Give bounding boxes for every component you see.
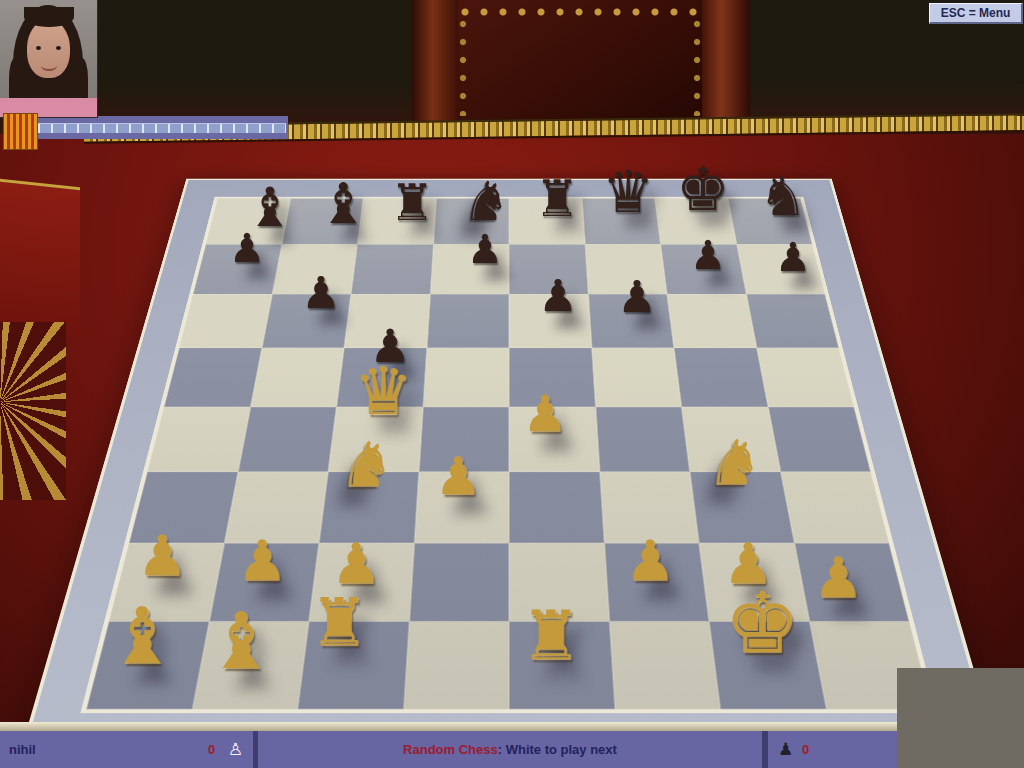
piece-black-pawn-h7[interactable]: ♟ bbox=[775, 237, 811, 277]
white-pawn-icon: ♙ bbox=[228, 731, 243, 768]
square-c7[interactable] bbox=[351, 244, 433, 294]
chair-studs bbox=[456, 16, 471, 116]
piece-black-pawn-f6[interactable]: ♟ bbox=[617, 275, 656, 319]
avatar-smile bbox=[41, 60, 57, 71]
game-scene: ♚♛♜♜♝♝♞♞♟♟♟♟♟♟♟♟♛♟♞♞♟♟♟♟♟♟♟♜♜♝♝♚ ESC = M… bbox=[0, 0, 1024, 768]
player-progress-fill bbox=[38, 123, 286, 133]
square-d5[interactable] bbox=[423, 348, 509, 407]
square-e3[interactable] bbox=[509, 472, 604, 543]
variant-label: Random Chess bbox=[403, 742, 498, 757]
status-bar-left: nihil 0 ♙ bbox=[0, 731, 253, 768]
piece-black-pawn-g7[interactable]: ♟ bbox=[690, 235, 726, 275]
side-table-box bbox=[0, 179, 80, 338]
piece-white-pawn-d3[interactable]: ♟ bbox=[435, 450, 482, 502]
piece-white-pawn-e4[interactable]: ♟ bbox=[523, 389, 568, 439]
status-bar-center: Random Chess: White to play next bbox=[258, 731, 762, 768]
status-bar-right: ♟ 0 bbox=[768, 731, 897, 768]
piece-white-king-g1[interactable]: ♚ bbox=[724, 581, 799, 665]
piece-white-bishop-b1[interactable]: ♝ bbox=[206, 602, 276, 680]
square-h3[interactable] bbox=[780, 472, 889, 543]
black-pawn-icon: ♟ bbox=[778, 731, 793, 768]
esc-menu-button[interactable]: ESC = Menu bbox=[929, 3, 1023, 24]
piece-white-pawn-h2[interactable]: ♟ bbox=[813, 550, 863, 606]
square-g5[interactable] bbox=[674, 348, 768, 407]
chair-post bbox=[412, 0, 458, 127]
piece-black-pawn-a7[interactable]: ♟ bbox=[229, 228, 265, 268]
square-a4[interactable] bbox=[147, 407, 250, 472]
piece-black-king-g8[interactable]: ♚ bbox=[676, 159, 730, 219]
square-f5[interactable] bbox=[591, 348, 681, 407]
piece-black-pawn-b6[interactable]: ♟ bbox=[301, 271, 340, 315]
gray-corner-panel bbox=[897, 668, 1024, 768]
chair-post bbox=[702, 0, 750, 121]
chair-studs bbox=[690, 16, 705, 116]
piece-black-queen-f8[interactable]: ♛ bbox=[602, 163, 654, 221]
status-text: : White to play next bbox=[498, 742, 617, 757]
square-b5[interactable] bbox=[250, 348, 344, 407]
piece-white-knight-g3[interactable]: ♞ bbox=[707, 432, 763, 494]
square-a6[interactable] bbox=[179, 294, 272, 348]
piece-white-rook-c1[interactable]: ♜ bbox=[309, 590, 368, 656]
piece-white-pawn-f2[interactable]: ♟ bbox=[625, 533, 675, 589]
square-b4[interactable] bbox=[238, 407, 337, 472]
square-f4[interactable] bbox=[595, 407, 690, 472]
player-progress-bar bbox=[36, 116, 288, 139]
piece-black-knight-d8[interactable]: ♞ bbox=[462, 175, 510, 229]
piece-black-knight-h8[interactable]: ♞ bbox=[759, 170, 807, 224]
avatar-fringe bbox=[24, 7, 74, 27]
square-f1[interactable] bbox=[609, 622, 720, 710]
square-d6[interactable] bbox=[427, 294, 509, 348]
piece-black-rook-e8[interactable]: ♜ bbox=[535, 174, 580, 224]
piece-black-pawn-d7[interactable]: ♟ bbox=[467, 229, 503, 269]
piece-white-bishop-a1[interactable]: ♝ bbox=[107, 597, 177, 675]
player-name-label: nihil bbox=[9, 731, 36, 768]
black-capture-count: 0 bbox=[802, 731, 809, 768]
piece-white-queen-c4[interactable]: ♛ bbox=[353, 359, 412, 425]
square-a5[interactable] bbox=[164, 348, 262, 407]
white-capture-count: 0 bbox=[208, 731, 215, 768]
piece-white-knight-c3[interactable]: ♞ bbox=[339, 434, 395, 496]
square-h5[interactable] bbox=[756, 348, 854, 407]
piece-black-rook-c8[interactable]: ♜ bbox=[390, 178, 435, 228]
piece-black-bishop-b8[interactable]: ♝ bbox=[318, 176, 368, 232]
square-g6[interactable] bbox=[667, 294, 756, 348]
player-badge-icon bbox=[3, 113, 38, 150]
table-lip bbox=[0, 722, 897, 731]
chair-studs bbox=[458, 4, 704, 19]
square-d2[interactable] bbox=[409, 543, 509, 622]
piece-black-pawn-e6[interactable]: ♟ bbox=[538, 274, 577, 318]
avatar-eye bbox=[36, 46, 41, 50]
avatar-eye bbox=[56, 46, 61, 50]
piece-white-rook-e1[interactable]: ♜ bbox=[521, 602, 582, 670]
side-box-starburst bbox=[0, 322, 66, 500]
square-h6[interactable] bbox=[746, 294, 839, 348]
square-h4[interactable] bbox=[768, 407, 871, 472]
piece-white-pawn-a2[interactable]: ♟ bbox=[137, 528, 187, 584]
player-photo bbox=[0, 0, 98, 118]
piece-white-pawn-b2[interactable]: ♟ bbox=[237, 533, 287, 589]
square-d1[interactable] bbox=[403, 622, 509, 710]
